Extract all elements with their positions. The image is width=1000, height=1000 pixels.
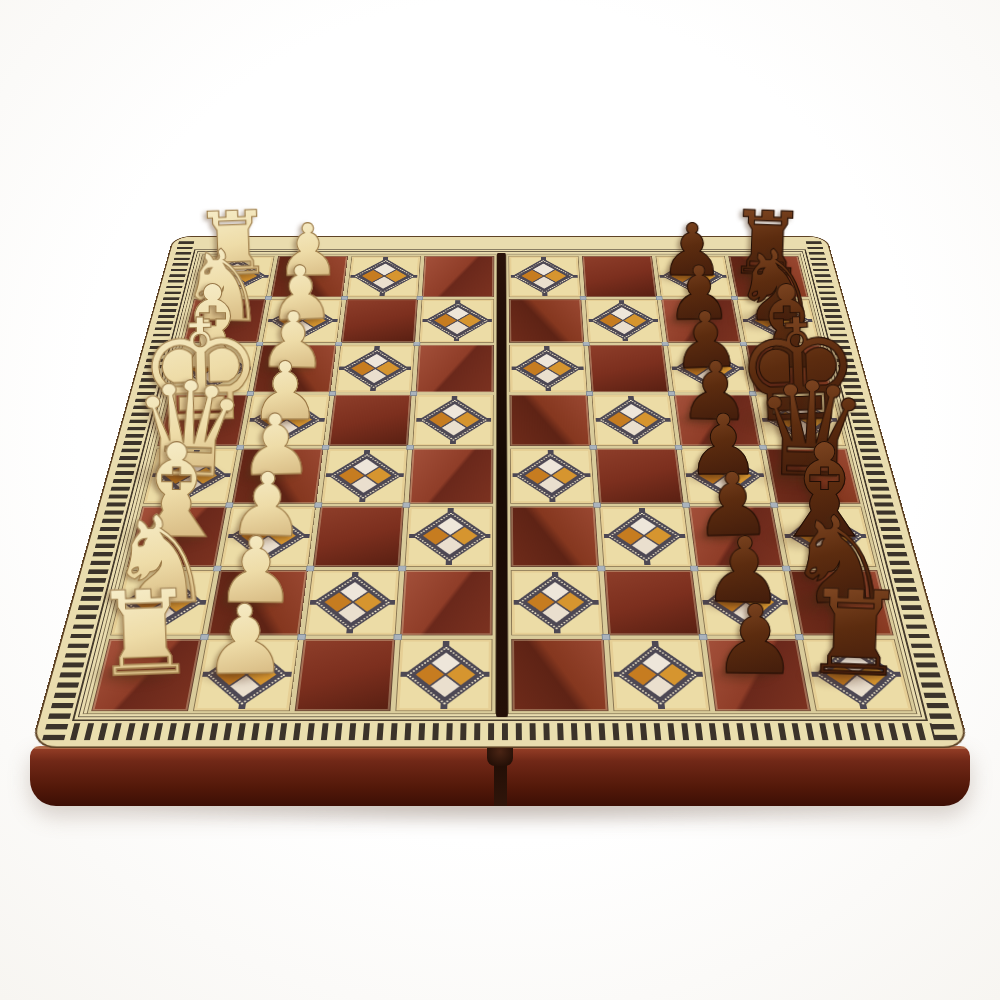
square-e5[interactable] [509,395,590,446]
piece-white-pawn-a2[interactable]: ♟ [164,592,325,690]
piece-black-rook-a8[interactable]: ♜ [773,573,937,695]
square-c4[interactable] [405,507,493,567]
hinge-knob [487,748,513,766]
mosaic-diamond-motif [514,348,582,389]
mosaic-diamond-motif [419,398,490,442]
square-f5[interactable] [509,345,587,392]
square-h4[interactable] [422,256,494,297]
mosaic-diamond-motif [513,259,576,295]
square-c5[interactable] [510,507,599,567]
square-b4[interactable] [400,570,492,636]
mosaic-diamond-motif [403,644,487,707]
square-d5[interactable] [510,448,595,503]
stripe-border-bottom [42,723,958,740]
board-front-edge [30,746,970,806]
photo-stage: ♜♟♟♜♞♟♟♞♝♟♟♝♚♟♟♚♛♟♟♛♝♟♟♝♞♟♟♞♜♟♟♜ [0,0,1000,1000]
mosaic-diamond-motif [516,574,596,631]
square-h5[interactable] [508,256,580,297]
square-e4[interactable] [412,395,493,446]
square-a4[interactable] [396,639,493,711]
square-f4[interactable] [416,345,494,392]
mosaic-diamond-motif [425,302,490,340]
square-g5[interactable] [509,299,584,343]
square-g4[interactable] [419,299,494,343]
mosaic-diamond-motif [515,452,588,500]
mosaic-diamond-motif [412,510,489,562]
square-b5[interactable] [511,570,604,636]
square-d4[interactable] [409,448,494,503]
square-a5[interactable] [511,639,608,711]
